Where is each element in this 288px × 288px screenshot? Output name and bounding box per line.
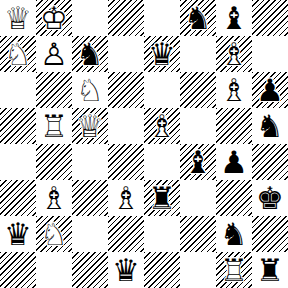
square-b3[interactable]: ♝♗ xyxy=(36,180,72,216)
square-g2[interactable]: ♞♞ xyxy=(216,216,252,252)
piece-black-knight-f8[interactable]: ♞♞ xyxy=(180,0,216,36)
piece-glyph: ♞ xyxy=(180,0,216,36)
square-h4[interactable] xyxy=(252,144,288,180)
piece-white-queen-a8[interactable]: ♛♕ xyxy=(0,0,36,36)
square-c3[interactable] xyxy=(72,180,108,216)
square-d6[interactable] xyxy=(108,72,144,108)
square-c2[interactable] xyxy=(72,216,108,252)
piece-white-bishop-e5[interactable]: ♝♗ xyxy=(144,108,180,144)
square-a5[interactable] xyxy=(0,108,36,144)
square-h3[interactable]: ♚♚ xyxy=(252,180,288,216)
piece-glyph: ♘ xyxy=(36,216,72,252)
piece-black-queen-d1[interactable]: ♛♛ xyxy=(108,252,144,288)
piece-white-queen-c5[interactable]: ♛♕ xyxy=(72,108,108,144)
piece-glyph: ♟︎ xyxy=(216,144,252,180)
square-a8[interactable]: ♛♕ xyxy=(0,0,36,36)
square-e1[interactable] xyxy=(144,252,180,288)
square-a7[interactable]: ♞♘ xyxy=(0,36,36,72)
piece-white-knight-a7[interactable]: ♞♘ xyxy=(0,36,36,72)
piece-glyph: ♜ xyxy=(252,252,288,288)
piece-glyph: ♗ xyxy=(144,108,180,144)
square-d1[interactable]: ♛♛ xyxy=(108,252,144,288)
piece-glyph: ♘ xyxy=(72,72,108,108)
square-a1[interactable] xyxy=(0,252,36,288)
piece-white-rook-g1[interactable]: ♜♖ xyxy=(216,252,252,288)
square-h5[interactable]: ♞♞ xyxy=(252,108,288,144)
piece-black-knight-c7[interactable]: ♞♞ xyxy=(72,36,108,72)
square-e6[interactable] xyxy=(144,72,180,108)
piece-glyph: ♜ xyxy=(144,180,180,216)
piece-glyph: ♖ xyxy=(216,252,252,288)
square-f2[interactable] xyxy=(180,216,216,252)
square-b7[interactable]: ♟︎♙ xyxy=(36,36,72,72)
square-f5[interactable] xyxy=(180,108,216,144)
piece-white-knight-b2[interactable]: ♞♘ xyxy=(36,216,72,252)
piece-glyph: ♕ xyxy=(0,0,36,36)
piece-glyph: ♕ xyxy=(72,108,108,144)
piece-black-king-h3[interactable]: ♚♚ xyxy=(252,180,288,216)
square-b5[interactable]: ♜♖ xyxy=(36,108,72,144)
piece-glyph: ♞ xyxy=(252,108,288,144)
piece-glyph: ♔ xyxy=(36,0,72,36)
square-f7[interactable] xyxy=(180,36,216,72)
square-a4[interactable] xyxy=(0,144,36,180)
square-g6[interactable]: ♝♗ xyxy=(216,72,252,108)
piece-glyph: ♝ xyxy=(180,144,216,180)
square-b4[interactable] xyxy=(36,144,72,180)
square-f1[interactable] xyxy=(180,252,216,288)
piece-white-bishop-g7[interactable]: ♝♗ xyxy=(216,36,252,72)
piece-glyph: ♝ xyxy=(216,0,252,36)
piece-glyph: ♗ xyxy=(216,72,252,108)
piece-black-knight-g2[interactable]: ♞♞ xyxy=(216,216,252,252)
square-h2[interactable] xyxy=(252,216,288,252)
piece-black-pawn-g4[interactable]: ♟︎♟︎ xyxy=(216,144,252,180)
piece-black-pawn-h6[interactable]: ♟︎♟︎ xyxy=(252,72,288,108)
square-b6[interactable] xyxy=(36,72,72,108)
piece-black-rook-e3[interactable]: ♜♜ xyxy=(144,180,180,216)
piece-glyph: ♞ xyxy=(216,216,252,252)
piece-black-rook-h1[interactable]: ♜♜ xyxy=(252,252,288,288)
piece-white-bishop-g6[interactable]: ♝♗ xyxy=(216,72,252,108)
piece-black-bishop-f4[interactable]: ♝♝ xyxy=(180,144,216,180)
square-h6[interactable]: ♟︎♟︎ xyxy=(252,72,288,108)
square-f3[interactable] xyxy=(180,180,216,216)
square-d8[interactable] xyxy=(108,0,144,36)
square-a6[interactable] xyxy=(0,72,36,108)
piece-white-rook-b5[interactable]: ♜♖ xyxy=(36,108,72,144)
chess-board: ♛♕♚♔♞♞♝♝♞♘♟︎♙♞♞♛♛♝♗♞♘♝♗♟︎♟︎♜♖♛♕♝♗♞♞♝♝♟︎♟… xyxy=(0,0,288,288)
square-g8[interactable]: ♝♝ xyxy=(216,0,252,36)
piece-black-queen-e7[interactable]: ♛♛ xyxy=(144,36,180,72)
square-a3[interactable] xyxy=(0,180,36,216)
square-g1[interactable]: ♜♖ xyxy=(216,252,252,288)
piece-glyph: ♟︎ xyxy=(252,72,288,108)
square-f6[interactable] xyxy=(180,72,216,108)
piece-glyph: ♛ xyxy=(108,252,144,288)
square-d7[interactable] xyxy=(108,36,144,72)
square-d4[interactable] xyxy=(108,144,144,180)
piece-glyph: ♗ xyxy=(36,180,72,216)
piece-white-knight-c6[interactable]: ♞♘ xyxy=(72,72,108,108)
square-e5[interactable]: ♝♗ xyxy=(144,108,180,144)
piece-black-queen-a2[interactable]: ♛♛ xyxy=(0,216,36,252)
piece-white-bishop-d3[interactable]: ♝♗ xyxy=(108,180,144,216)
square-c7[interactable]: ♞♞ xyxy=(72,36,108,72)
square-g4[interactable]: ♟︎♟︎ xyxy=(216,144,252,180)
square-a2[interactable]: ♛♛ xyxy=(0,216,36,252)
square-h1[interactable]: ♜♜ xyxy=(252,252,288,288)
square-f4[interactable]: ♝♝ xyxy=(180,144,216,180)
square-b8[interactable]: ♚♔ xyxy=(36,0,72,36)
square-b1[interactable] xyxy=(36,252,72,288)
piece-glyph: ♘ xyxy=(0,36,36,72)
piece-white-king-b8[interactable]: ♚♔ xyxy=(36,0,72,36)
piece-glyph: ♛ xyxy=(144,36,180,72)
piece-black-knight-h5[interactable]: ♞♞ xyxy=(252,108,288,144)
square-g7[interactable]: ♝♗ xyxy=(216,36,252,72)
square-c4[interactable] xyxy=(72,144,108,180)
piece-black-bishop-g8[interactable]: ♝♝ xyxy=(216,0,252,36)
square-e2[interactable] xyxy=(144,216,180,252)
square-h7[interactable] xyxy=(252,36,288,72)
square-c5[interactable]: ♛♕ xyxy=(72,108,108,144)
square-f8[interactable]: ♞♞ xyxy=(180,0,216,36)
square-e8[interactable] xyxy=(144,0,180,36)
piece-glyph: ♗ xyxy=(108,180,144,216)
piece-glyph: ♙ xyxy=(36,36,72,72)
square-d2[interactable] xyxy=(108,216,144,252)
square-g5[interactable] xyxy=(216,108,252,144)
piece-glyph: ♞ xyxy=(72,36,108,72)
square-e4[interactable] xyxy=(144,144,180,180)
piece-glyph: ♚ xyxy=(252,180,288,216)
square-b2[interactable]: ♞♘ xyxy=(36,216,72,252)
piece-glyph: ♗ xyxy=(216,36,252,72)
square-c8[interactable] xyxy=(72,0,108,36)
piece-white-bishop-b3[interactable]: ♝♗ xyxy=(36,180,72,216)
square-d3[interactable]: ♝♗ xyxy=(108,180,144,216)
square-c1[interactable] xyxy=(72,252,108,288)
square-h8[interactable] xyxy=(252,0,288,36)
piece-glyph: ♛ xyxy=(0,216,36,252)
piece-glyph: ♖ xyxy=(36,108,72,144)
square-g3[interactable] xyxy=(216,180,252,216)
square-c6[interactable]: ♞♘ xyxy=(72,72,108,108)
square-d5[interactable] xyxy=(108,108,144,144)
square-e3[interactable]: ♜♜ xyxy=(144,180,180,216)
square-e7[interactable]: ♛♛ xyxy=(144,36,180,72)
piece-white-pawn-b7[interactable]: ♟︎♙ xyxy=(36,36,72,72)
